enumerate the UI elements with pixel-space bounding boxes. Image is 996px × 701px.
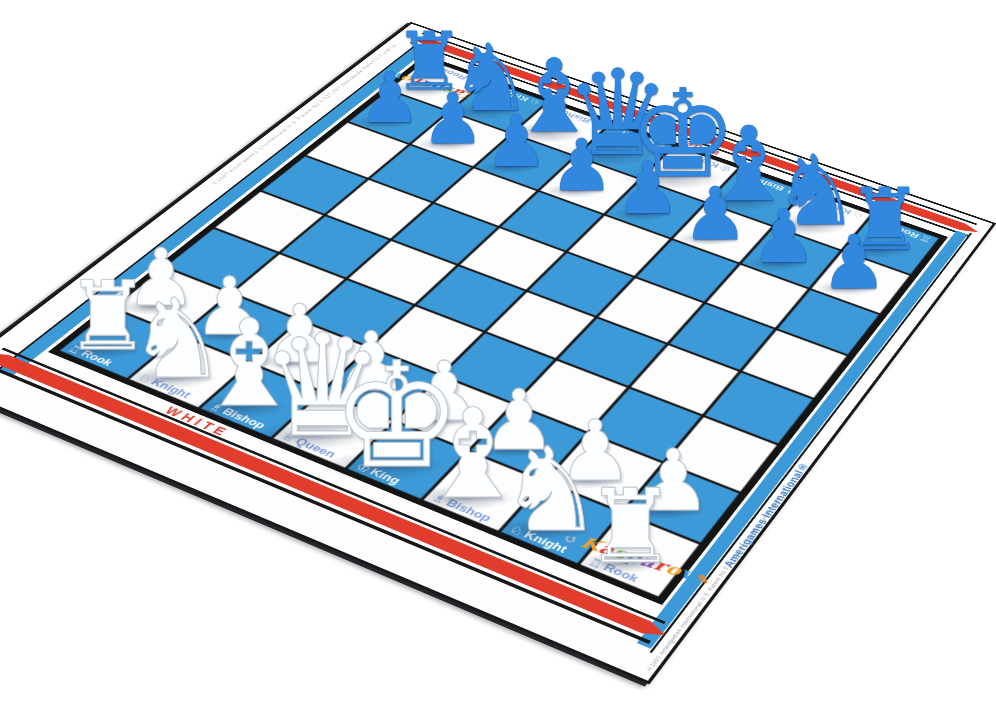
piece-blue-pawn[interactable]: ♟ <box>751 201 817 275</box>
piece-blue-pawn[interactable]: ♟ <box>821 225 888 299</box>
piece-blue-pawn[interactable]: ♟ <box>421 84 484 154</box>
pieces-layer: ♜♞♝♛♚♝♞♜♟♟♟♟♟♟♟♟♟♟♟♟♟♟♟♟♜♞♝♛♚♝♞♜ <box>0 0 996 701</box>
piece-blue-pawn[interactable]: ♟ <box>615 153 680 225</box>
piece-blue-pawn[interactable]: ♟ <box>549 129 613 201</box>
piece-white-rook[interactable]: ♜ <box>585 476 677 578</box>
piece-blue-pawn[interactable]: ♟ <box>359 62 422 132</box>
piece-blue-pawn[interactable]: ♟ <box>485 107 549 178</box>
piece-blue-pawn[interactable]: ♟ <box>682 176 747 249</box>
photo-scene: BLUE ©1997 Amerigames International U.S.… <box>0 0 996 701</box>
